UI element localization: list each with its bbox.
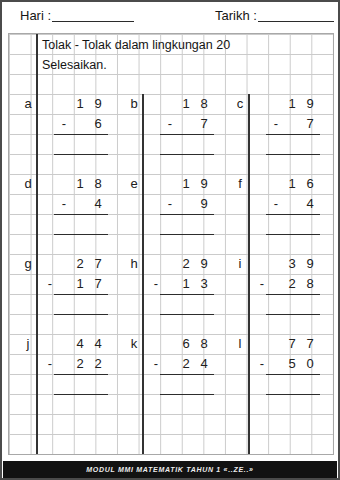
date-blank-line: [258, 3, 334, 22]
problem-i: i39-28: [227, 254, 323, 316]
minuend-ones-digit: 6: [300, 174, 320, 194]
minuend-ones-digit: 9: [194, 174, 214, 194]
footer-bar: MODUL MMI MATEMATIK TAHUN 1 «..ZE..»: [3, 461, 337, 478]
minuend-tens-digit: 4: [70, 334, 90, 354]
problem-label: k: [125, 334, 143, 354]
minuend-tens-digit: 1: [282, 94, 302, 114]
minus-sign: -: [56, 194, 72, 214]
subtrahend-ones-digit: 8: [300, 274, 320, 294]
answer-line: [266, 394, 320, 395]
answer-line: [54, 314, 108, 315]
subtrahend-tens-digit: 2: [176, 354, 196, 374]
minus-sign: -: [42, 354, 58, 374]
minuend-tens-digit: 1: [70, 174, 90, 194]
minuend-tens-digit: 3: [282, 254, 302, 274]
subtrahend-tens-digit: 2: [70, 354, 90, 374]
minuend-ones-digit: 8: [194, 94, 214, 114]
subtrahend-ones-digit: 4: [300, 194, 320, 214]
subtraction-line: [54, 294, 108, 295]
answer-line: [54, 394, 108, 395]
subtraction-line: [54, 214, 108, 215]
answer-line: [160, 234, 214, 235]
minus-sign: -: [268, 114, 284, 134]
problem-b: b18-7: [121, 94, 217, 156]
minuend-tens-digit: 7: [282, 334, 302, 354]
problem-f: f16-4: [227, 174, 323, 236]
problem-j: j44-22: [15, 334, 111, 396]
answer-line: [160, 154, 214, 155]
subtraction-line: [266, 134, 320, 135]
answer-line: [266, 234, 320, 235]
minus-sign: -: [254, 274, 270, 294]
subtraction-line: [266, 374, 320, 375]
minus-sign: -: [268, 194, 284, 214]
date-label: Tarikh :: [215, 8, 257, 23]
worksheet-instruction: Selesaikan.: [42, 55, 107, 75]
minuend-ones-digit: 9: [194, 254, 214, 274]
minuend-tens-digit: 1: [282, 174, 302, 194]
subtraction-line: [266, 294, 320, 295]
day-blank-line: [52, 3, 134, 22]
worksheet-grid: Tolak - Tolak dalam lingkungan 20 Selesa…: [8, 33, 334, 455]
minuend-tens-digit: 1: [176, 94, 196, 114]
minus-sign: -: [56, 114, 72, 134]
minuend-tens-digit: 1: [176, 174, 196, 194]
minuend-ones-digit: 8: [88, 174, 108, 194]
subtraction-line: [54, 134, 108, 135]
problem-d: d18-4: [15, 174, 111, 236]
problem-label: h: [125, 254, 143, 274]
problem-c: c19-7: [227, 94, 323, 156]
problem-g: g27-17: [15, 254, 111, 316]
problem-l: l77-50: [227, 334, 323, 396]
subtraction-line: [160, 374, 214, 375]
subtrahend-ones-digit: 3: [194, 274, 214, 294]
subtraction-line: [160, 214, 214, 215]
answer-line: [160, 394, 214, 395]
subtrahend-ones-digit: 7: [300, 114, 320, 134]
problem-label: l: [231, 334, 249, 354]
answer-line: [160, 314, 214, 315]
subtrahend-tens-digit: 2: [282, 274, 302, 294]
subtrahend-ones-digit: 0: [300, 354, 320, 374]
worksheet-page: Hari : Tarikh : Tolak - Tolak dalam ling…: [0, 0, 340, 480]
minuend-ones-digit: 9: [300, 254, 320, 274]
problem-a: a19-6: [15, 94, 111, 156]
minuend-ones-digit: 7: [88, 254, 108, 274]
subtraction-line: [54, 374, 108, 375]
subtrahend-ones-digit: 4: [194, 354, 214, 374]
problem-label: d: [19, 174, 37, 194]
minus-sign: -: [148, 274, 164, 294]
subtrahend-ones-digit: 7: [194, 114, 214, 134]
problem-k: k68-24: [121, 334, 217, 396]
minuend-tens-digit: 2: [70, 254, 90, 274]
minus-sign: -: [254, 354, 270, 374]
problem-label: e: [125, 174, 143, 194]
minuend-ones-digit: 9: [88, 94, 108, 114]
minuend-tens-digit: 2: [176, 254, 196, 274]
answer-line: [266, 314, 320, 315]
minus-sign: -: [162, 114, 178, 134]
minuend-ones-digit: 4: [88, 334, 108, 354]
minuend-tens-digit: 1: [70, 94, 90, 114]
minuend-tens-digit: 6: [176, 334, 196, 354]
worksheet-title: Tolak - Tolak dalam lingkungan 20: [42, 35, 230, 55]
problem-e: e19-9: [121, 174, 217, 236]
subtraction-line: [266, 214, 320, 215]
answer-line: [54, 234, 108, 235]
minus-sign: -: [42, 274, 58, 294]
answer-line: [266, 154, 320, 155]
subtrahend-ones-digit: 7: [88, 274, 108, 294]
minuend-ones-digit: 9: [300, 94, 320, 114]
subtrahend-tens-digit: 1: [176, 274, 196, 294]
minuend-ones-digit: 8: [194, 334, 214, 354]
minus-sign: -: [148, 354, 164, 374]
problem-label: b: [125, 94, 143, 114]
subtrahend-ones-digit: 9: [194, 194, 214, 214]
subtrahend-ones-digit: 4: [88, 194, 108, 214]
problem-label: i: [231, 254, 249, 274]
problem-label: g: [19, 254, 37, 274]
subtrahend-tens-digit: 5: [282, 354, 302, 374]
subtrahend-tens-digit: 1: [70, 274, 90, 294]
day-label: Hari :: [20, 8, 51, 23]
subtrahend-ones-digit: 2: [88, 354, 108, 374]
problem-label: j: [19, 334, 37, 354]
problem-label: a: [19, 94, 37, 114]
subtrahend-ones-digit: 6: [88, 114, 108, 134]
problem-h: h29-13: [121, 254, 217, 316]
problem-label: f: [231, 174, 249, 194]
subtraction-line: [160, 294, 214, 295]
minuend-ones-digit: 7: [300, 334, 320, 354]
minus-sign: -: [162, 194, 178, 214]
problem-label: c: [231, 94, 249, 114]
answer-line: [54, 154, 108, 155]
subtraction-line: [160, 134, 214, 135]
